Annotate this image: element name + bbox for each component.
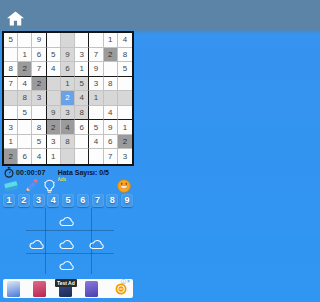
cell-r3c6[interactable]: 1	[75, 62, 89, 77]
cell-r1c4[interactable]	[47, 33, 61, 48]
cell-r2c3[interactable]: 6	[32, 48, 46, 63]
cell-r9c4[interactable]: 1	[47, 149, 61, 164]
cell-r8c9[interactable]: 2	[118, 135, 132, 150]
cell-r2c6[interactable]: 3	[75, 48, 89, 63]
sudoku-board: 5914165937288274619574215388324159384382…	[2, 31, 134, 166]
status-bar: 00:00:07 Hata Sayısı: 0/5	[4, 167, 134, 178]
cell-r6c9[interactable]	[118, 106, 132, 121]
numpad-key-9[interactable]: 9	[121, 194, 133, 207]
cell-r3c7[interactable]: 9	[89, 62, 103, 77]
cell-r4c9[interactable]	[118, 77, 132, 92]
cell-r1c8[interactable]: 1	[104, 33, 118, 48]
numpad-key-3[interactable]: 3	[33, 194, 45, 207]
cell-r9c9[interactable]: 3	[118, 149, 132, 164]
cell-r5c2[interactable]: 8	[18, 91, 32, 106]
cell-r9c7[interactable]	[89, 149, 103, 164]
cell-r3c5[interactable]: 6	[61, 62, 75, 77]
cell-r5c1[interactable]	[4, 91, 18, 106]
cell-r6c6[interactable]: 8	[75, 106, 89, 121]
ad-test-badge: Test Ad	[55, 279, 77, 287]
cell-r8c4[interactable]: 3	[47, 135, 61, 150]
cell-r3c3[interactable]: 7	[32, 62, 46, 77]
cell-r5c4[interactable]	[47, 91, 61, 106]
phone-ad-2[interactable]	[33, 281, 46, 297]
cell-r4c1[interactable]: 7	[4, 77, 18, 92]
numpad-key-4[interactable]: 4	[47, 194, 59, 207]
cell-r8c6[interactable]	[75, 135, 89, 150]
cell-r1c7[interactable]	[89, 33, 103, 48]
cell-r7c3[interactable]: 8	[32, 120, 46, 135]
mistake-counter: Hata Sayısı: 0/5	[58, 169, 109, 176]
cell-r7c1[interactable]: 3	[4, 120, 18, 135]
cell-r4c6[interactable]: 5	[75, 77, 89, 92]
cell-r2c7[interactable]: 7	[89, 48, 103, 63]
cell-r7c7[interactable]: 5	[89, 120, 103, 135]
phone-ad-1[interactable]	[7, 281, 20, 297]
cell-r2c9[interactable]: 8	[118, 48, 132, 63]
adchoices-icon[interactable]	[115, 283, 127, 295]
cell-r8c3[interactable]: 5	[32, 135, 46, 150]
cell-r2c5[interactable]: 9	[61, 48, 75, 63]
cell-r6c1[interactable]	[4, 106, 18, 121]
cell-r3c8[interactable]	[104, 62, 118, 77]
cloud-icon	[57, 258, 77, 272]
cell-r4c2[interactable]: 4	[18, 77, 32, 92]
cell-r5c5[interactable]: 2	[61, 91, 75, 106]
cell-r9c5[interactable]	[61, 149, 75, 164]
cell-r7c2[interactable]	[18, 120, 32, 135]
cloud-icon	[27, 237, 47, 251]
hint-button[interactable]: Ads	[43, 179, 65, 194]
numpad-key-2[interactable]: 2	[18, 194, 30, 207]
cell-r9c8[interactable]: 7	[104, 149, 118, 164]
cell-r1c5[interactable]	[61, 33, 75, 48]
cell-r5c3[interactable]: 3	[32, 91, 46, 106]
timer-value: 00:00:07	[16, 169, 46, 176]
cell-r2c8[interactable]: 2	[104, 48, 118, 63]
phone-ad-4[interactable]	[85, 281, 98, 297]
cell-r7c8[interactable]: 9	[104, 120, 118, 135]
cloud-icon	[57, 237, 77, 251]
ad-close-icon[interactable]: ×	[127, 278, 131, 284]
home-icon	[7, 11, 24, 26]
emoji-button[interactable]	[117, 179, 133, 194]
cell-r8c7[interactable]: 4	[89, 135, 103, 150]
hint-ads-badge: Ads	[57, 177, 66, 182]
cell-r8c5[interactable]: 8	[61, 135, 75, 150]
cell-r5c8[interactable]	[104, 91, 118, 106]
stopwatch-icon	[4, 167, 14, 178]
cell-r3c1[interactable]: 8	[4, 62, 18, 77]
numpad-key-6[interactable]: 6	[77, 194, 89, 207]
cell-r8c8[interactable]: 6	[104, 135, 118, 150]
cell-r9c2[interactable]: 6	[18, 149, 32, 164]
cell-r9c3[interactable]: 4	[32, 149, 46, 164]
cell-r7c4[interactable]: 2	[47, 120, 61, 135]
numpad-key-8[interactable]: 8	[106, 194, 118, 207]
cell-r1c2[interactable]	[18, 33, 32, 48]
cell-r1c1[interactable]: 5	[4, 33, 18, 48]
cell-r3c2[interactable]: 2	[18, 62, 32, 77]
app-screen: { "game": "sudoku", "position": "5.9....…	[0, 0, 136, 302]
cloud-icon	[87, 237, 107, 251]
cell-r1c3[interactable]: 9	[32, 33, 46, 48]
cell-r6c2[interactable]: 5	[18, 106, 32, 121]
cell-r4c7[interactable]: 3	[89, 77, 103, 92]
home-button[interactable]	[7, 11, 24, 26]
cell-r3c9[interactable]: 5	[118, 62, 132, 77]
cell-r2c2[interactable]: 1	[18, 48, 32, 63]
pencil-button[interactable]	[24, 179, 40, 194]
cell-r3c4[interactable]: 4	[47, 62, 61, 77]
eraser-button[interactable]	[4, 179, 20, 194]
cell-r6c8[interactable]: 4	[104, 106, 118, 121]
cloud-icon	[57, 214, 77, 228]
cell-r6c5[interactable]: 3	[61, 106, 75, 121]
cell-r2c4[interactable]: 5	[47, 48, 61, 63]
cell-r6c4[interactable]: 9	[47, 106, 61, 121]
cell-r5c7[interactable]: 1	[89, 91, 103, 106]
cell-r7c9[interactable]: 1	[118, 120, 132, 135]
cell-r8c1[interactable]: 1	[4, 135, 18, 150]
cell-r6c7[interactable]	[89, 106, 103, 121]
numpad-key-1[interactable]: 1	[3, 194, 15, 207]
ad-corner-controls[interactable]: ⓘ×	[121, 278, 131, 284]
cell-r4c5[interactable]: 1	[61, 77, 75, 92]
cell-r9c6[interactable]	[75, 149, 89, 164]
numpad-key-5[interactable]: 5	[62, 194, 74, 207]
cell-r7c5[interactable]: 4	[61, 120, 75, 135]
cell-r5c9[interactable]	[118, 91, 132, 106]
cell-r1c9[interactable]: 4	[118, 33, 132, 48]
numpad-key-7[interactable]: 7	[92, 194, 104, 207]
lightbulb-icon	[43, 179, 56, 194]
cell-r7c6[interactable]: 6	[75, 120, 89, 135]
cloud-grid-line	[26, 230, 114, 231]
cell-r4c4[interactable]	[47, 77, 61, 92]
eraser-icon	[4, 180, 19, 193]
cell-r5c6[interactable]: 4	[75, 91, 89, 106]
cell-r4c3[interactable]: 2	[32, 77, 46, 92]
cloud-grid-line	[26, 253, 114, 254]
smiley-face-icon	[117, 179, 131, 193]
cell-r2c1[interactable]	[4, 48, 18, 63]
pencil-icon	[24, 179, 39, 193]
cell-r6c3[interactable]	[32, 106, 46, 121]
cell-r4c8[interactable]: 8	[104, 77, 118, 92]
cell-r9c1[interactable]: 2	[4, 149, 18, 164]
numpad: 123456789	[3, 194, 133, 208]
cell-r8c2[interactable]	[18, 135, 32, 150]
cell-r1c6[interactable]	[75, 33, 89, 48]
